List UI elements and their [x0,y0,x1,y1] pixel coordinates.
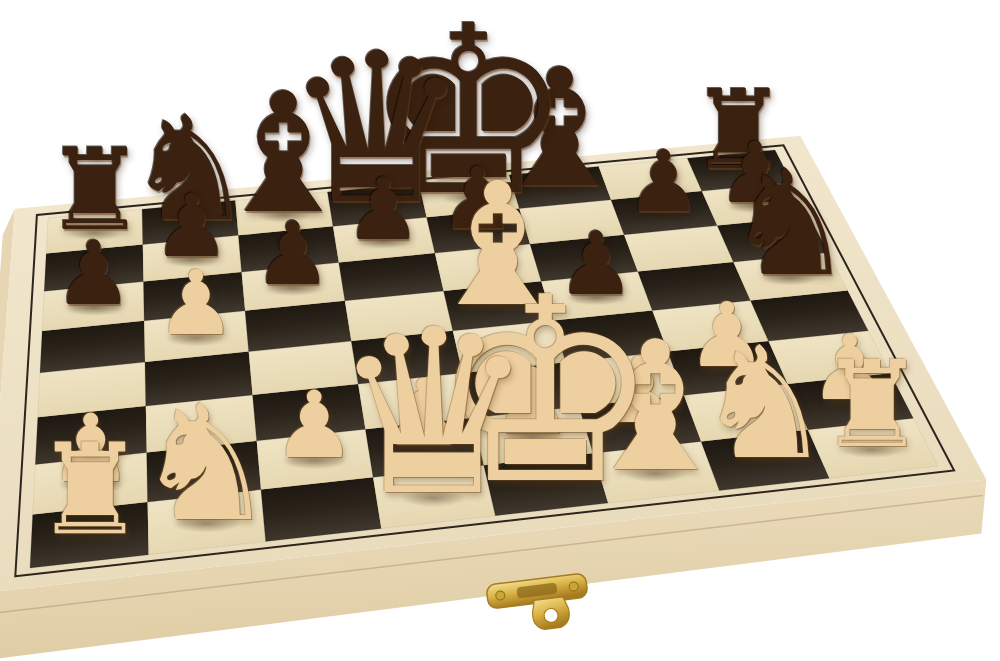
piece-white-queen-d1[interactable]: ♛ [331,300,535,528]
piece-black-knight-h5[interactable]: ♞ [724,151,855,297]
piece-black-pawn-d7[interactable]: ♟ [345,166,422,252]
chess-set-photo: ♜♞♝♛♚♝♜♟♟♟♟♟♟♟♟♞♜♞♛♚♝♞♜♝♟♟♟♟♟♟♟♟ [0,0,1000,661]
piece-white-rook-a1[interactable]: ♜ [34,427,146,552]
piece-white-rook-h1[interactable]: ♜ [818,345,925,465]
piece-black-pawn-c6[interactable]: ♟ [253,211,331,299]
piece-white-knight-b1[interactable]: ♞ [134,384,277,544]
piece-white-pawn-b5[interactable]: ♟ [156,259,236,348]
piece-black-pawn-a6[interactable]: ♟ [54,230,133,318]
pieces-layer: ♜♞♝♛♚♝♜♟♟♟♟♟♟♟♟♞♜♞♛♚♝♞♜♝♟♟♟♟♟♟♟♟ [0,0,1000,661]
piece-black-pawn-g7[interactable]: ♟ [626,140,702,225]
